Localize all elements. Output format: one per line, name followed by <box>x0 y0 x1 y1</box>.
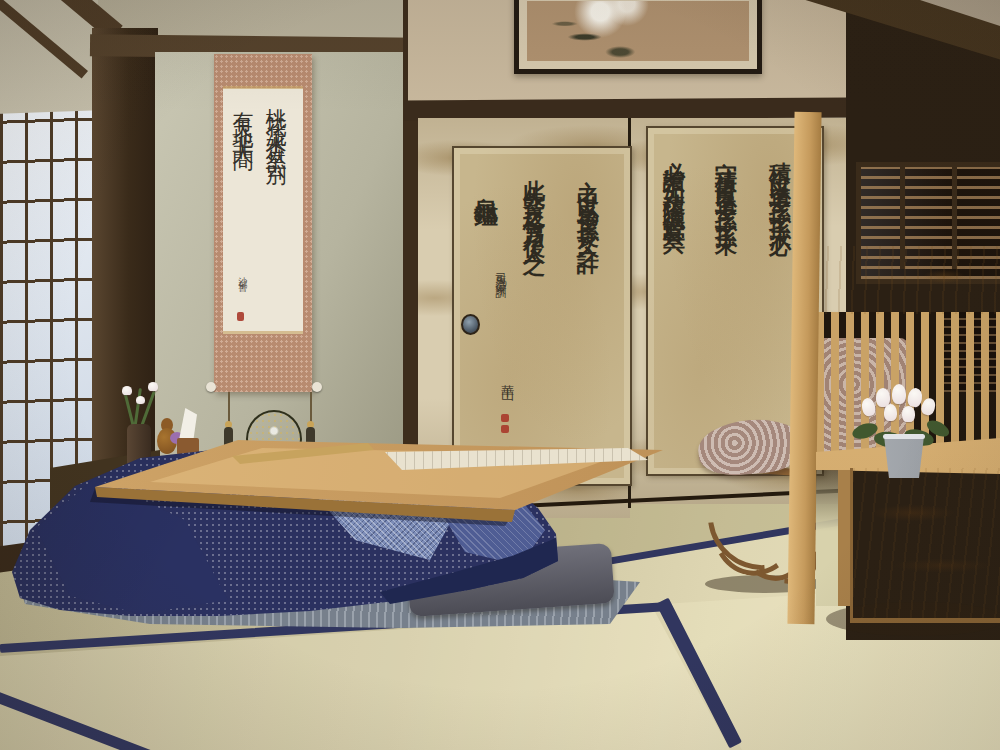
panel-left-signature: 華山 <box>498 374 516 380</box>
scroll-signature: 沙郁書 <box>236 270 249 279</box>
cyclamen-flower <box>892 384 906 404</box>
framed-painting <box>514 0 762 74</box>
narcissus-flower <box>122 386 132 395</box>
panel-right-column-2: 守積書以遺子孫子孫未 <box>712 144 742 224</box>
panel-left-column-3: 龜鑑 <box>470 178 502 190</box>
narcissus-flower <box>136 396 145 404</box>
panel-left-column-1: 之中以爲子孫長久之計 <box>574 162 604 242</box>
scroll-roller-knob <box>312 382 322 392</box>
panel-right-column-3: 必讀不如積陰德於冥冥 <box>660 144 690 224</box>
shelf-top-rail <box>814 246 1000 314</box>
panel-left-column-2: 此先賢之格言乃後人之 <box>520 162 550 242</box>
cyclamen-flower <box>884 404 897 421</box>
fuchin-cord <box>228 392 230 424</box>
shelf-leg <box>838 470 850 606</box>
shelf-lower-panel <box>850 468 1000 623</box>
narcissus-flower <box>148 382 158 391</box>
scroll-calligraphy-right: 桃花流水杳然去別 <box>262 92 290 156</box>
scroll-calligraphy-left: 有天地非人間 <box>229 95 257 143</box>
scroll-roller-knob <box>206 382 216 392</box>
calligraphy-panel-left: 之中以爲子孫長久之計 此先賢之格言乃後人之 龜鑑 司馬溫公家訓 華山 <box>452 146 632 486</box>
panel-left-seal <box>501 414 509 422</box>
fuchin-cord <box>310 392 312 424</box>
scroll-seal <box>237 312 244 321</box>
panel-right-column-1: 積金以遺子孫子孫未必 <box>766 144 796 224</box>
fusuma-door-pull[interactable] <box>461 314 480 335</box>
flower-pot-rim <box>883 434 925 439</box>
panel-left-seal <box>501 425 509 433</box>
chrysanthemum-ink-painting <box>527 1 749 61</box>
panel-left-attribution: 司馬溫公家訓 <box>492 263 507 281</box>
scroll-trim-top <box>223 86 303 89</box>
room-photo: 桃花流水杳然去別 有天地非人間 沙郁書 之中以爲子孫長久之計 此先賢之格言乃後人… <box>0 0 1000 750</box>
cyclamen-flower <box>902 406 915 422</box>
scroll-trim-bottom <box>223 331 303 334</box>
